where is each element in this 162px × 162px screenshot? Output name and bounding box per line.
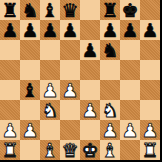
white-rook-piece[interactable]: ♜ [1,140,18,160]
square-g1[interactable] [120,140,140,160]
square-a3[interactable] [0,100,20,120]
square-f3[interactable]: ♞ [100,100,120,120]
white-pawn-piece[interactable]: ♟ [41,80,58,100]
square-d5[interactable] [60,60,80,80]
square-b1[interactable] [20,140,40,160]
black-pawn-piece[interactable]: ♟ [141,20,158,40]
white-pawn-piece[interactable]: ♟ [81,100,98,120]
square-d8[interactable]: ♛ [60,0,80,20]
square-g4[interactable] [120,80,140,100]
square-b6[interactable] [20,40,40,60]
square-g6[interactable] [120,40,140,60]
square-g8[interactable]: ♚ [120,0,140,20]
square-h7[interactable]: ♟ [140,20,160,40]
square-c3[interactable]: ♞ [40,100,60,120]
square-h3[interactable] [140,100,160,120]
square-h5[interactable] [140,60,160,80]
black-pawn-piece[interactable]: ♟ [41,20,58,40]
square-e7[interactable] [80,20,100,40]
square-g7[interactable]: ♟ [120,20,140,40]
white-king-piece[interactable]: ♚ [81,140,98,160]
square-a7[interactable]: ♟ [0,20,20,40]
square-e2[interactable] [80,120,100,140]
chess-app-window: ♜♞♝♛♜♚♟♟♟♟♟♟♟♟♞♝♟♟♞♟♞♟♟♟♟♟♜♝♛♚♝♜ [0,0,162,162]
square-b5[interactable] [20,60,40,80]
square-f1[interactable]: ♝ [100,140,120,160]
square-c2[interactable] [40,120,60,140]
white-knight-piece[interactable]: ♞ [41,100,58,120]
square-c5[interactable] [40,60,60,80]
square-e5[interactable] [80,60,100,80]
white-rook-piece[interactable]: ♜ [141,140,158,160]
square-g2[interactable]: ♟ [120,120,140,140]
white-pawn-piece[interactable]: ♟ [121,120,138,140]
white-pawn-piece[interactable]: ♟ [61,80,78,100]
square-c7[interactable]: ♟ [40,20,60,40]
white-pawn-piece[interactable]: ♟ [21,120,38,140]
square-d3[interactable] [60,100,80,120]
square-c4[interactable]: ♟ [40,80,60,100]
square-h8[interactable] [140,0,160,20]
black-king-piece[interactable]: ♚ [121,0,138,20]
square-d1[interactable]: ♛ [60,140,80,160]
square-c1[interactable]: ♝ [40,140,60,160]
square-d2[interactable] [60,120,80,140]
square-a8[interactable]: ♜ [0,0,20,20]
square-b2[interactable]: ♟ [20,120,40,140]
square-b8[interactable]: ♞ [20,0,40,20]
black-queen-piece[interactable]: ♛ [61,0,78,20]
black-knight-piece[interactable]: ♞ [101,40,118,60]
square-d6[interactable] [60,40,80,60]
square-e1[interactable]: ♚ [80,140,100,160]
square-e6[interactable]: ♟ [80,40,100,60]
square-h2[interactable]: ♟ [140,120,160,140]
white-queen-piece[interactable]: ♛ [61,140,78,160]
square-e3[interactable]: ♟ [80,100,100,120]
black-bishop-piece[interactable]: ♝ [41,0,58,20]
black-pawn-piece[interactable]: ♟ [121,20,138,40]
square-a4[interactable] [0,80,20,100]
square-a1[interactable]: ♜ [0,140,20,160]
black-pawn-piece[interactable]: ♟ [101,20,118,40]
square-g5[interactable] [120,60,140,80]
square-b3[interactable] [20,100,40,120]
square-d7[interactable]: ♟ [60,20,80,40]
white-bishop-piece[interactable]: ♝ [41,140,58,160]
square-h1[interactable]: ♜ [140,140,160,160]
black-pawn-piece[interactable]: ♟ [21,20,38,40]
black-pawn-piece[interactable]: ♟ [1,20,18,40]
square-c8[interactable]: ♝ [40,0,60,20]
square-a5[interactable] [0,60,20,80]
white-pawn-piece[interactable]: ♟ [141,120,158,140]
square-e4[interactable] [80,80,100,100]
square-c6[interactable] [40,40,60,60]
square-f2[interactable]: ♟ [100,120,120,140]
square-f8[interactable]: ♜ [100,0,120,20]
square-d4[interactable]: ♟ [60,80,80,100]
square-g3[interactable] [120,100,140,120]
black-rook-piece[interactable]: ♜ [1,0,18,20]
square-f4[interactable] [100,80,120,100]
chessboard: ♜♞♝♛♜♚♟♟♟♟♟♟♟♟♞♝♟♟♞♟♞♟♟♟♟♟♜♝♛♚♝♜ [0,0,160,160]
square-b7[interactable]: ♟ [20,20,40,40]
square-f6[interactable]: ♞ [100,40,120,60]
square-f5[interactable] [100,60,120,80]
black-pawn-piece[interactable]: ♟ [61,20,78,40]
white-pawn-piece[interactable]: ♟ [101,120,118,140]
white-bishop-piece[interactable]: ♝ [101,140,118,160]
black-rook-piece[interactable]: ♜ [101,0,118,20]
white-pawn-piece[interactable]: ♟ [1,120,18,140]
black-knight-piece[interactable]: ♞ [21,0,38,20]
square-b4[interactable]: ♝ [20,80,40,100]
square-a6[interactable] [0,40,20,60]
black-bishop-piece[interactable]: ♝ [21,80,38,100]
square-h4[interactable] [140,80,160,100]
black-pawn-piece[interactable]: ♟ [81,40,98,60]
square-h6[interactable] [140,40,160,60]
square-e8[interactable] [80,0,100,20]
white-knight-piece[interactable]: ♞ [101,100,118,120]
square-a2[interactable]: ♟ [0,120,20,140]
square-f7[interactable]: ♟ [100,20,120,40]
